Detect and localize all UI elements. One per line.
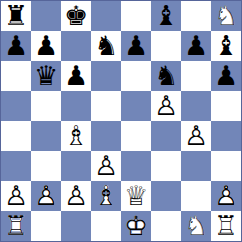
square-g6[interactable] <box>181 61 211 91</box>
white-bishop: ♗ <box>91 181 121 211</box>
square-b7[interactable]: ♟ <box>31 31 61 61</box>
white-pawn: ♙ <box>151 91 181 121</box>
square-c2[interactable]: ♟♙ <box>61 181 91 211</box>
square-d2[interactable]: ♝♗ <box>91 181 121 211</box>
white-rook: ♖ <box>1 211 31 241</box>
square-h3[interactable] <box>211 151 241 181</box>
square-h5[interactable] <box>211 91 241 121</box>
white-pawn-fill: ♟ <box>31 181 61 211</box>
square-f8[interactable]: ♝ <box>151 1 181 31</box>
square-g1[interactable]: ♞♘ <box>181 211 211 241</box>
square-h6[interactable]: ♟ <box>211 61 241 91</box>
white-knight-fill: ♞ <box>181 211 211 241</box>
white-pawn-fill: ♟ <box>151 91 181 121</box>
black-queen: ♛ <box>31 61 61 91</box>
square-d8[interactable] <box>91 1 121 31</box>
square-e4[interactable] <box>121 121 151 151</box>
white-knight-fill: ♞ <box>211 1 241 31</box>
white-king: ♔ <box>121 211 151 241</box>
white-pawn: ♙ <box>1 181 31 211</box>
square-a1[interactable]: ♜♖ <box>1 211 31 241</box>
square-f6[interactable]: ♞ <box>151 61 181 91</box>
square-c7[interactable] <box>61 31 91 61</box>
white-bishop-fill: ♝ <box>91 181 121 211</box>
square-a6[interactable] <box>1 61 31 91</box>
square-a7[interactable]: ♟ <box>1 31 31 61</box>
square-c5[interactable] <box>61 91 91 121</box>
square-f3[interactable] <box>151 151 181 181</box>
square-a5[interactable] <box>1 91 31 121</box>
black-pawn: ♟ <box>61 61 91 91</box>
square-b4[interactable] <box>31 121 61 151</box>
white-king-fill: ♚ <box>121 211 151 241</box>
square-e7[interactable]: ♟ <box>121 31 151 61</box>
square-e1[interactable]: ♚♔ <box>121 211 151 241</box>
black-king: ♚ <box>61 1 91 31</box>
white-pawn-fill: ♟ <box>91 151 121 181</box>
square-b2[interactable]: ♟♙ <box>31 181 61 211</box>
square-a4[interactable] <box>1 121 31 151</box>
square-d4[interactable] <box>91 121 121 151</box>
white-bishop-fill: ♝ <box>61 121 91 151</box>
white-pawn-fill: ♟ <box>181 121 211 151</box>
square-g3[interactable] <box>181 151 211 181</box>
square-f7[interactable] <box>151 31 181 61</box>
white-pawn-fill: ♟ <box>211 181 241 211</box>
square-b3[interactable] <box>31 151 61 181</box>
square-b1[interactable] <box>31 211 61 241</box>
white-rook-fill: ♜ <box>211 211 241 241</box>
white-knight: ♘ <box>211 1 241 31</box>
square-e8[interactable] <box>121 1 151 31</box>
black-knight: ♞ <box>151 61 181 91</box>
square-c6[interactable]: ♟ <box>61 61 91 91</box>
square-f5[interactable]: ♟♙ <box>151 91 181 121</box>
white-pawn-fill: ♟ <box>61 181 91 211</box>
black-pawn: ♟ <box>121 31 151 61</box>
white-pawn: ♙ <box>211 181 241 211</box>
square-h4[interactable] <box>211 121 241 151</box>
square-c4[interactable]: ♝♗ <box>61 121 91 151</box>
square-d6[interactable] <box>91 61 121 91</box>
square-f4[interactable] <box>151 121 181 151</box>
square-e2[interactable]: ♛♕ <box>121 181 151 211</box>
square-d1[interactable] <box>91 211 121 241</box>
square-h7[interactable]: ♝ <box>211 31 241 61</box>
white-bishop: ♗ <box>61 121 91 151</box>
square-g8[interactable] <box>181 1 211 31</box>
square-e6[interactable] <box>121 61 151 91</box>
black-pawn: ♟ <box>1 31 31 61</box>
square-d5[interactable] <box>91 91 121 121</box>
square-h2[interactable]: ♟♙ <box>211 181 241 211</box>
square-a8[interactable]: ♜ <box>1 1 31 31</box>
black-bishop: ♝ <box>211 31 241 61</box>
chess-diagram: ♜♚♝♞♘♟♟♞♟♟♝♛♟♞♟♟♙♝♗♟♙♟♙♟♙♟♙♟♙♝♗♛♕♟♙♜♖♚♔♞… <box>0 0 242 242</box>
white-pawn: ♙ <box>91 151 121 181</box>
white-queen: ♕ <box>121 181 151 211</box>
black-pawn: ♟ <box>181 31 211 61</box>
white-pawn-fill: ♟ <box>1 181 31 211</box>
square-g5[interactable] <box>181 91 211 121</box>
white-queen-fill: ♛ <box>121 181 151 211</box>
square-g7[interactable]: ♟ <box>181 31 211 61</box>
white-pawn: ♙ <box>31 181 61 211</box>
chess-board: ♜♚♝♞♘♟♟♞♟♟♝♛♟♞♟♟♙♝♗♟♙♟♙♟♙♟♙♟♙♝♗♛♕♟♙♜♖♚♔♞… <box>0 0 242 242</box>
square-e3[interactable] <box>121 151 151 181</box>
square-f1[interactable] <box>151 211 181 241</box>
black-pawn: ♟ <box>31 31 61 61</box>
square-f2[interactable] <box>151 181 181 211</box>
black-pawn: ♟ <box>211 61 241 91</box>
white-knight: ♘ <box>181 211 211 241</box>
square-a3[interactable] <box>1 151 31 181</box>
square-d3[interactable]: ♟♙ <box>91 151 121 181</box>
white-pawn: ♙ <box>181 121 211 151</box>
square-c8[interactable]: ♚ <box>61 1 91 31</box>
white-pawn: ♙ <box>61 181 91 211</box>
black-rook: ♜ <box>1 1 31 31</box>
square-e5[interactable] <box>121 91 151 121</box>
square-c1[interactable] <box>61 211 91 241</box>
square-b8[interactable] <box>31 1 61 31</box>
square-d7[interactable]: ♞ <box>91 31 121 61</box>
white-rook: ♖ <box>211 211 241 241</box>
square-g4[interactable]: ♟♙ <box>181 121 211 151</box>
square-c3[interactable] <box>61 151 91 181</box>
square-h8[interactable]: ♞♘ <box>211 1 241 31</box>
white-rook-fill: ♜ <box>1 211 31 241</box>
square-h1[interactable]: ♜♖ <box>211 211 241 241</box>
square-g2[interactable] <box>181 181 211 211</box>
black-bishop: ♝ <box>151 1 181 31</box>
square-a2[interactable]: ♟♙ <box>1 181 31 211</box>
square-b6[interactable]: ♛ <box>31 61 61 91</box>
black-knight: ♞ <box>91 31 121 61</box>
square-b5[interactable] <box>31 91 61 121</box>
